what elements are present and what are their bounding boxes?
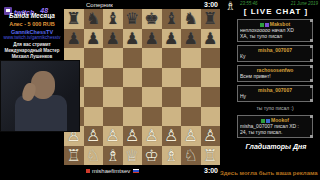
- square-e6[interactable]: [142, 48, 162, 68]
- square-b5[interactable]: [84, 68, 104, 88]
- white-pawn[interactable]: ♙: [106, 126, 120, 145]
- square-d1[interactable]: ♕: [123, 146, 143, 166]
- white-rook[interactable]: ♖: [203, 146, 217, 165]
- player-name: mishaefimtsev: [86, 168, 139, 174]
- square-c7[interactable]: ♟: [103, 29, 123, 49]
- chat-text: 24, ты тупо писал.: [240, 129, 310, 135]
- square-f7[interactable]: ♟: [162, 29, 182, 49]
- square-e5[interactable]: [142, 68, 162, 88]
- channel-url-link[interactable]: www.twitch.tv/gannikchesstv: [0, 35, 64, 40]
- square-d3[interactable]: [123, 107, 143, 127]
- square-d4[interactable]: [123, 87, 143, 107]
- square-c2[interactable]: ♙: [103, 126, 123, 146]
- square-c1[interactable]: ♗: [103, 146, 123, 166]
- square-a8[interactable]: ♜: [64, 9, 84, 29]
- square-a1[interactable]: ♖: [64, 146, 84, 166]
- stream-date: 21 June 2019: [291, 1, 318, 6]
- square-c6[interactable]: [103, 48, 123, 68]
- opponent-clock: 3:00: [204, 1, 218, 8]
- black-knight[interactable]: ♞: [86, 9, 100, 28]
- stream-time: 23:55:46: [240, 1, 258, 6]
- square-e2[interactable]: ♙: [142, 126, 162, 146]
- player-bar: mishaefimtsev 3:00: [64, 165, 220, 176]
- chat-inline-note: ты тупо писал :): [237, 105, 313, 112]
- square-e4[interactable]: [142, 87, 162, 107]
- white-pawn[interactable]: ♙: [125, 126, 139, 145]
- chat-message: Maksbotнеплохооооо начал XDХА, ты тупо п…: [237, 19, 313, 42]
- black-knight[interactable]: ♞: [184, 9, 198, 28]
- black-pawn[interactable]: ♟: [86, 29, 100, 48]
- opponent-name: Соперник: [86, 2, 113, 8]
- black-bishop[interactable]: ♝: [164, 9, 178, 28]
- chat-message-list[interactable]: Maksbotнеплохооооо начал XDХА, ты тупо п…: [237, 19, 313, 138]
- black-pawn[interactable]: ♟: [67, 29, 81, 48]
- live-chat-panel: ♗ 23:55:46 21 June 2019 [ LIVE CHAT ] Ma…: [218, 0, 320, 180]
- black-queen[interactable]: ♛: [125, 9, 139, 28]
- black-rook[interactable]: ♜: [67, 9, 81, 28]
- white-bishop[interactable]: ♗: [106, 146, 120, 165]
- black-bishop[interactable]: ♝: [106, 9, 120, 28]
- white-knight[interactable]: ♘: [184, 146, 198, 165]
- russia-flag-icon: [133, 169, 139, 173]
- chat-message: misha_007007Ку: [237, 45, 313, 62]
- square-e1[interactable]: ♔: [142, 146, 162, 166]
- square-d8[interactable]: ♛: [123, 9, 143, 29]
- opponent-bar: Соперник 3:00: [64, 0, 220, 9]
- chat-message: rachososenfwoВсем привет!: [237, 65, 313, 82]
- square-b8[interactable]: ♞: [84, 9, 104, 29]
- square-c5[interactable]: [103, 68, 123, 88]
- square-g8[interactable]: ♞: [181, 9, 201, 29]
- square-e8[interactable]: ♚: [142, 9, 162, 29]
- square-f2[interactable]: ♙: [162, 126, 182, 146]
- black-pawn[interactable]: ♟: [106, 29, 120, 48]
- white-pawn[interactable]: ♙: [86, 126, 100, 145]
- chat-text: ХА, ты тупо писал: [240, 33, 310, 39]
- square-g4[interactable]: [181, 87, 201, 107]
- black-king[interactable]: ♚: [145, 9, 159, 28]
- chat-text: Ку: [240, 53, 310, 59]
- square-g2[interactable]: ♙: [181, 126, 201, 146]
- white-pawn[interactable]: ♙: [184, 126, 198, 145]
- square-g7[interactable]: ♟: [181, 29, 201, 49]
- square-f3[interactable]: [162, 107, 182, 127]
- stream-screen: ♜♞♝♛♚♝♞♜♟♟♟♟♟♟♟♟♙♙♙♙♙♙♙♙♖♘♗♕♔♗♘♖ Соперни…: [0, 0, 320, 180]
- black-rook[interactable]: ♜: [203, 9, 217, 28]
- square-a7[interactable]: ♟: [64, 29, 84, 49]
- white-bishop[interactable]: ♗: [164, 146, 178, 165]
- webcam-video: [0, 60, 80, 132]
- stream-datetime: 23:55:46 21 June 2019: [240, 1, 318, 6]
- square-d2[interactable]: ♙: [123, 126, 143, 146]
- square-b3[interactable]: [84, 107, 104, 127]
- white-pawn[interactable]: ♙: [203, 126, 217, 145]
- square-d5[interactable]: [123, 68, 143, 88]
- black-pawn[interactable]: ♟: [145, 29, 159, 48]
- black-pawn[interactable]: ♟: [125, 29, 139, 48]
- band-title: Банда Месяца: [0, 12, 64, 19]
- square-f4[interactable]: [162, 87, 182, 107]
- streamer-intro: Для вас стримит: [0, 42, 64, 47]
- square-f5[interactable]: [162, 68, 182, 88]
- band-entry: Алес - 5 000 RUB: [0, 21, 64, 27]
- square-e7[interactable]: ♟: [142, 29, 162, 49]
- gladiators-title: Гладиаторы Дня: [232, 143, 320, 150]
- black-pawn[interactable]: ♟: [203, 29, 217, 48]
- square-d7[interactable]: ♟: [123, 29, 143, 49]
- square-g5[interactable]: [181, 68, 201, 88]
- white-pawn[interactable]: ♙: [145, 126, 159, 145]
- live-chat-title: [ LIVE CHAT ]: [232, 7, 320, 16]
- white-pawn[interactable]: ♙: [164, 126, 178, 145]
- square-c3[interactable]: [103, 107, 123, 127]
- order-block: Заказать свой контент на стриме !схема !…: [0, 132, 64, 180]
- band-of-month-block: twitch 48 Банда Месяца Алес - 5 000 RUB …: [0, 0, 64, 60]
- square-b4[interactable]: [84, 87, 104, 107]
- streamer-title: Международный Мастер: [0, 48, 64, 53]
- square-g3[interactable]: [181, 107, 201, 127]
- white-queen[interactable]: ♕: [125, 146, 139, 165]
- square-d6[interactable]: [123, 48, 143, 68]
- streamer-silhouette: [15, 95, 67, 132]
- square-c4[interactable]: [103, 87, 123, 107]
- white-king[interactable]: ♔: [145, 146, 159, 165]
- black-pawn[interactable]: ♟: [184, 29, 198, 48]
- square-e3[interactable]: [142, 107, 162, 127]
- square-f6[interactable]: [162, 48, 182, 68]
- chat-message: misha_007007Ну: [237, 85, 313, 102]
- chess-board[interactable]: ♜♞♝♛♚♝♞♜♟♟♟♟♟♟♟♟♙♙♙♙♙♙♙♙♖♘♗♕♔♗♘♖: [64, 9, 220, 165]
- player-clock: 3:00: [204, 167, 218, 174]
- square-g1[interactable]: ♘: [181, 146, 201, 166]
- ad-banner-text: Здесь могла быть ваша реклама: [220, 170, 320, 176]
- square-b2[interactable]: ♙: [84, 126, 104, 146]
- chat-text: Ну: [240, 93, 310, 99]
- chat-message: Mookofmisha_007007 писал XD :24, ты тупо…: [237, 115, 313, 138]
- square-b6[interactable]: [84, 48, 104, 68]
- chat-text: Всем привет!: [240, 73, 310, 79]
- square-c8[interactable]: ♝: [103, 9, 123, 29]
- square-g6[interactable]: [181, 48, 201, 68]
- record-icon: [86, 169, 90, 173]
- white-rook[interactable]: ♖: [67, 146, 81, 165]
- black-pawn[interactable]: ♟: [164, 29, 178, 48]
- streamer-name: Михаил Лушенков: [0, 54, 64, 59]
- square-f8[interactable]: ♝: [162, 9, 182, 29]
- square-b1[interactable]: ♘: [84, 146, 104, 166]
- square-b7[interactable]: ♟: [84, 29, 104, 49]
- white-knight[interactable]: ♘: [86, 146, 100, 165]
- square-f1[interactable]: ♗: [162, 146, 182, 166]
